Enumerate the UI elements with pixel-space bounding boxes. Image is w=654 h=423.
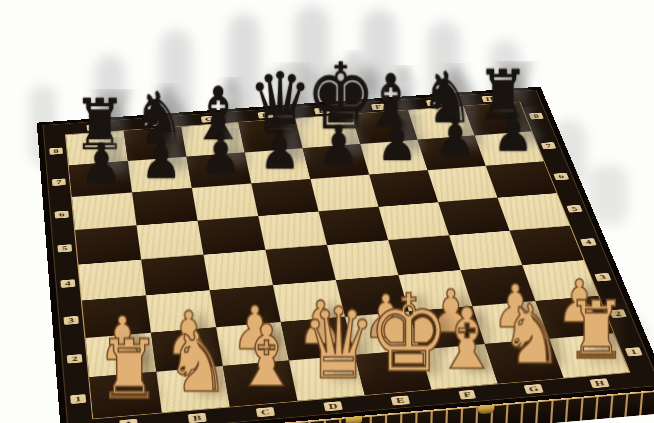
chess-board: ABCDEFGH 87654321 ♜♞♝♛♚♝♞♜♟♟♟♟♟♟♟♟♟♟♟♟♟♟…: [37, 87, 654, 423]
brass-clasp-icon: [345, 413, 361, 423]
square-f6[interactable]: [369, 171, 438, 207]
square-f7[interactable]: ♟: [360, 140, 427, 175]
piece-black-pawn[interactable]: ♟: [314, 120, 364, 174]
file-label: B: [188, 413, 206, 423]
piece-white-knight[interactable]: ♞: [166, 321, 224, 404]
piece-black-pawn[interactable]: ♟: [196, 128, 247, 182]
piece-white-knight[interactable]: ♞: [500, 294, 557, 376]
square-c7[interactable]: ♟: [186, 153, 251, 189]
piece-white-queen[interactable]: ♛: [301, 295, 359, 393]
board-frame: ABCDEFGH 87654321 ♜♞♝♛♚♝♞♜♟♟♟♟♟♟♟♟♟♟♟♟♟♟…: [37, 87, 654, 423]
file-label: G: [523, 384, 544, 394]
rank-label: 3: [64, 316, 79, 325]
square-d1[interactable]: ♛: [289, 355, 365, 401]
rank-label-slot: 1: [63, 378, 93, 421]
rank-label: 7: [52, 178, 66, 186]
piece-black-pawn[interactable]: ♟: [488, 107, 538, 160]
square-d4[interactable]: [265, 245, 335, 285]
piece-black-pawn[interactable]: ♟: [430, 111, 480, 164]
rank-label: 1: [625, 347, 642, 356]
rank-label: 6: [553, 173, 568, 181]
rank-label: 7: [541, 142, 556, 149]
square-g7[interactable]: ♟: [418, 136, 486, 171]
file-label: C: [256, 407, 275, 417]
square-f4[interactable]: [388, 236, 460, 276]
square-a4[interactable]: [78, 260, 146, 301]
square-d7[interactable]: ♟: [245, 148, 311, 183]
file-label: F: [458, 390, 476, 400]
square-g4[interactable]: [449, 231, 522, 270]
piece-black-pawn[interactable]: ♟: [136, 133, 187, 187]
file-label: H: [589, 378, 610, 388]
rank-label: 8: [49, 148, 62, 155]
rank-label-slot: 4: [54, 265, 82, 303]
square-c6[interactable]: [192, 184, 258, 221]
piece-white-king[interactable]: ♚: [368, 281, 425, 388]
photo-scene: ABCDEFGH 87654321 ♜♞♝♛♚♝♞♜♟♟♟♟♟♟♟♟♟♟♟♟♟♟…: [0, 0, 654, 423]
rank-label-slot: 3: [57, 301, 86, 341]
piece-white-bishop[interactable]: ♝: [234, 313, 292, 398]
square-d6[interactable]: [251, 179, 318, 216]
square-c5[interactable]: [198, 216, 266, 255]
square-e5[interactable]: [319, 207, 389, 245]
file-label: A: [119, 419, 138, 423]
piece-white-rook[interactable]: ♜: [566, 291, 623, 371]
file-label: D: [323, 401, 342, 411]
rank-label: 6: [55, 211, 69, 219]
square-a6[interactable]: [72, 193, 137, 231]
rank-label: 5: [567, 205, 583, 213]
square-h7[interactable]: ♟: [475, 132, 544, 167]
piece-black-pawn[interactable]: ♟: [76, 137, 127, 191]
square-h4[interactable]: [510, 226, 584, 265]
square-b1[interactable]: ♞: [156, 366, 230, 412]
rank-label: 4: [61, 279, 76, 288]
square-e6[interactable]: [310, 175, 378, 212]
piece-white-rook[interactable]: ♜: [98, 329, 156, 411]
rank-label-slot: 8: [43, 135, 68, 167]
square-b4[interactable]: [141, 255, 209, 296]
square-a5[interactable]: [75, 226, 141, 265]
square-b6[interactable]: [132, 188, 197, 225]
rank-label: 5: [58, 244, 72, 252]
square-a7[interactable]: ♟: [69, 161, 132, 197]
square-c1[interactable]: ♝: [223, 361, 298, 407]
square-d5[interactable]: [258, 212, 327, 250]
piece-black-pawn[interactable]: ♟: [255, 124, 305, 178]
square-e7[interactable]: ♟: [303, 144, 370, 179]
square-f5[interactable]: [379, 203, 450, 241]
rank-label: 1: [70, 394, 86, 404]
brass-clasp-icon: [478, 401, 495, 415]
square-c4[interactable]: [203, 250, 272, 290]
rank-label-slot: 5: [51, 230, 78, 266]
file-label: E: [391, 395, 410, 405]
file-label-slot: C: [230, 401, 301, 423]
rank-label-slot: 2: [60, 338, 89, 379]
rank-label-slot: 6: [49, 197, 76, 232]
square-b7[interactable]: ♟: [128, 157, 192, 193]
square-a1[interactable]: ♜: [89, 372, 161, 419]
square-g5[interactable]: [438, 198, 509, 236]
rank-label-slot: 7: [46, 166, 72, 199]
rank-label: 2: [67, 354, 82, 363]
rank-label: 4: [580, 238, 596, 246]
square-b5[interactable]: [137, 221, 204, 260]
piece-black-pawn[interactable]: ♟: [372, 115, 422, 168]
